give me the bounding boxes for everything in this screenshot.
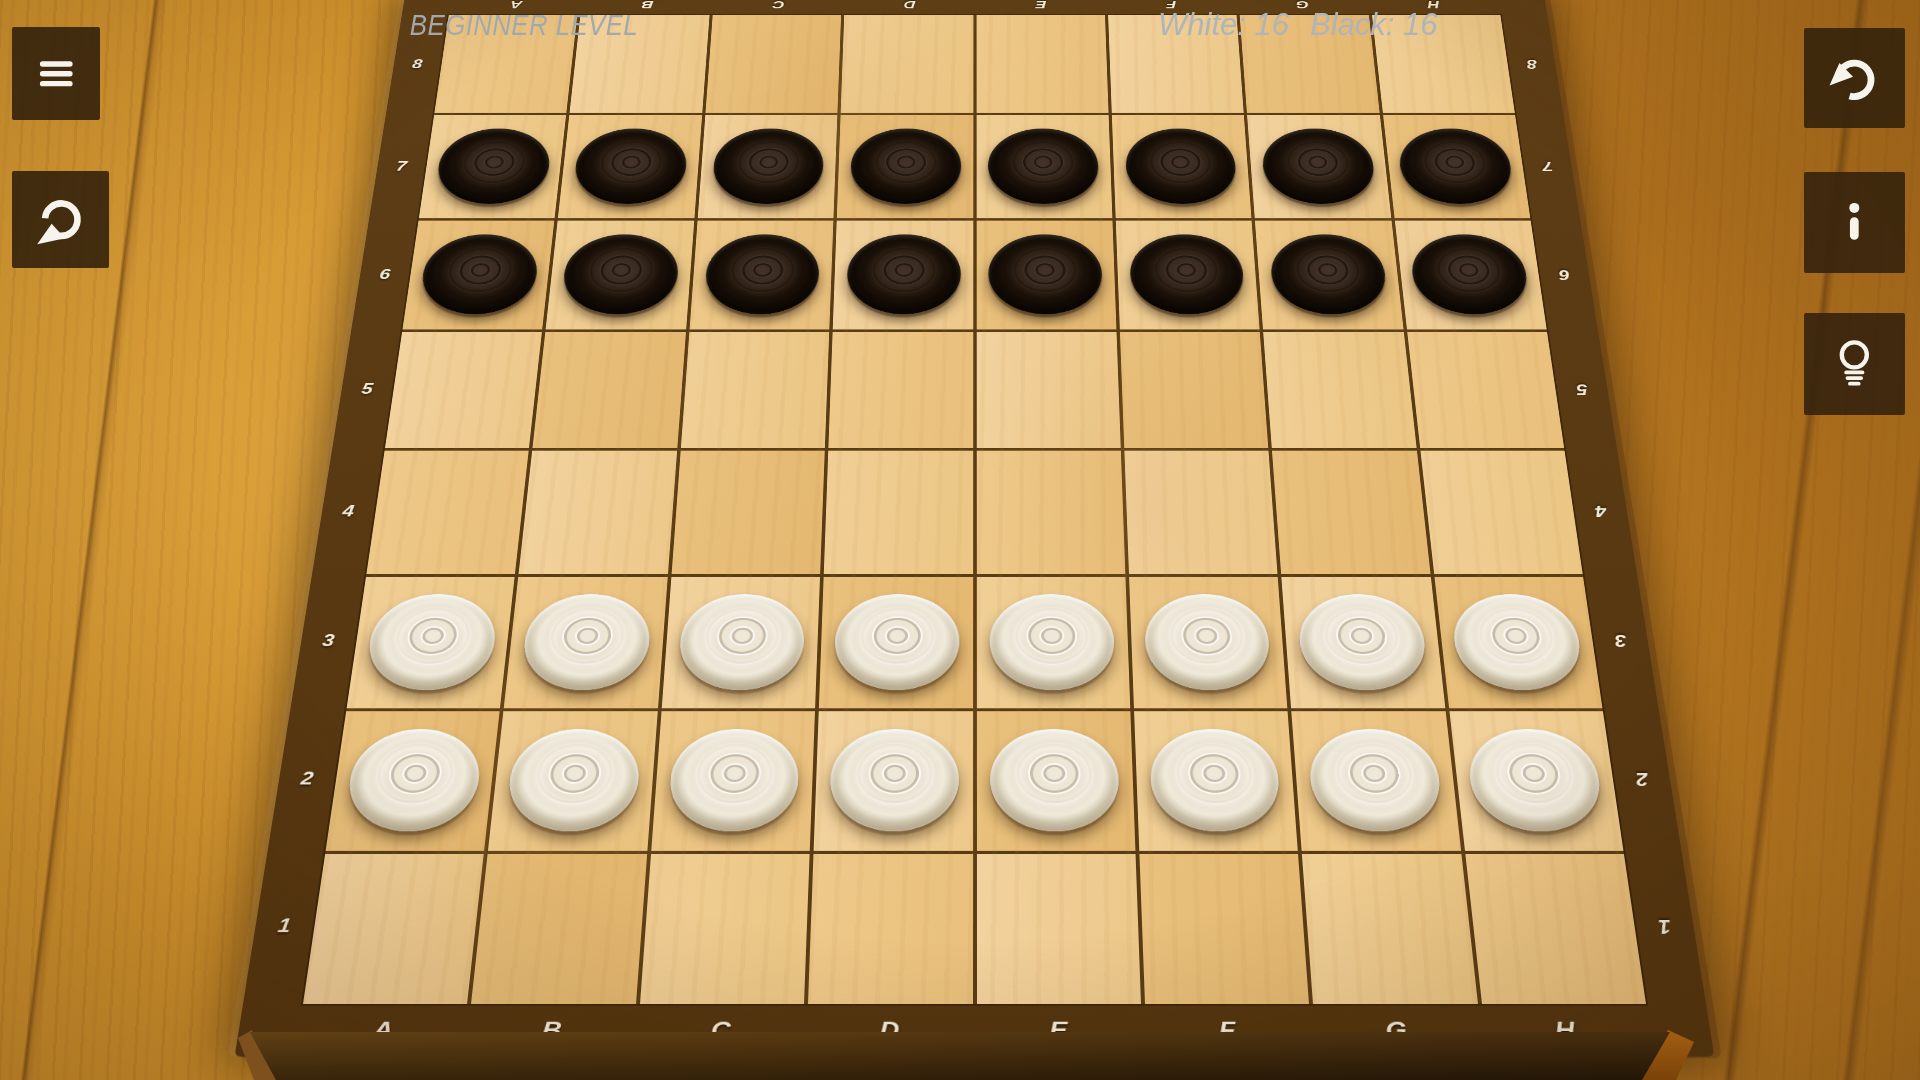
- cell-a1[interactable]: [303, 854, 484, 1004]
- white-man-b3[interactable]: [520, 594, 653, 690]
- white-man-h2[interactable]: [1465, 729, 1606, 831]
- black-man-d6[interactable]: [846, 235, 961, 315]
- black-man-a7[interactable]: [433, 128, 553, 203]
- white-man-a3[interactable]: [363, 594, 499, 690]
- cell-d6[interactable]: [833, 220, 973, 329]
- cell-g6[interactable]: [1255, 220, 1403, 329]
- cell-f3[interactable]: [1129, 577, 1288, 708]
- cell-d7[interactable]: [837, 115, 973, 218]
- cell-e3[interactable]: [976, 577, 1130, 708]
- black-score: Black: 16: [1310, 0, 1438, 50]
- cell-a7[interactable]: [419, 115, 567, 218]
- black-man-d7[interactable]: [850, 128, 961, 203]
- level-label: BEGINNER LEVEL: [438, 0, 610, 50]
- white-man-d2[interactable]: [829, 729, 959, 831]
- cell-f4[interactable]: [1124, 451, 1277, 574]
- board-scene: ABCDEFGH ABCDEFGH 87654321 87654321: [0, 0, 1920, 1080]
- cell-d4[interactable]: [824, 451, 973, 574]
- cell-b1[interactable]: [471, 854, 647, 1004]
- cell-a6[interactable]: [402, 220, 554, 329]
- white-man-f3[interactable]: [1143, 594, 1272, 690]
- undo-button[interactable]: [1804, 28, 1905, 128]
- cell-c4[interactable]: [671, 451, 824, 574]
- checkers-board: ABCDEFGH ABCDEFGH 87654321 87654321: [235, 0, 1715, 1057]
- hint-button[interactable]: [1804, 313, 1905, 415]
- cell-g1[interactable]: [1302, 854, 1477, 1004]
- info-icon: [1823, 191, 1886, 254]
- black-man-b7[interactable]: [572, 128, 689, 203]
- black-man-g6[interactable]: [1268, 235, 1389, 315]
- file-label: C: [712, 0, 844, 15]
- cell-a3[interactable]: [347, 577, 515, 708]
- cell-f1[interactable]: [1139, 854, 1309, 1004]
- cell-g7[interactable]: [1247, 115, 1391, 218]
- cell-c3[interactable]: [662, 577, 821, 708]
- lightbulb-icon: [1823, 332, 1886, 395]
- cell-e2[interactable]: [976, 711, 1135, 851]
- menu-button[interactable]: [12, 27, 100, 120]
- cell-d1[interactable]: [808, 854, 972, 1004]
- white-score: White: 16: [1158, 0, 1289, 50]
- board-grid: [303, 15, 1646, 1004]
- status-bar: [0, 1030, 1920, 1080]
- cell-e7[interactable]: [976, 115, 1112, 218]
- cell-b7[interactable]: [558, 115, 702, 218]
- white-man-e3[interactable]: [990, 594, 1116, 690]
- cell-c7[interactable]: [698, 115, 838, 218]
- cell-e1[interactable]: [976, 854, 1140, 1004]
- black-man-f6[interactable]: [1128, 235, 1246, 315]
- black-man-b6[interactable]: [560, 235, 681, 315]
- white-man-f2[interactable]: [1149, 729, 1283, 831]
- restart-button[interactable]: [12, 171, 109, 268]
- black-man-h6[interactable]: [1408, 235, 1532, 315]
- cell-b4[interactable]: [519, 451, 677, 574]
- white-man-e2[interactable]: [990, 729, 1120, 831]
- cell-h4[interactable]: [1420, 451, 1583, 574]
- cell-h3[interactable]: [1434, 577, 1602, 708]
- cell-e5[interactable]: [976, 332, 1120, 448]
- cell-a4[interactable]: [366, 451, 529, 574]
- cell-h5[interactable]: [1407, 332, 1564, 448]
- cell-h6[interactable]: [1395, 220, 1547, 329]
- black-man-c7[interactable]: [711, 128, 825, 203]
- cell-c8[interactable]: [705, 15, 841, 113]
- black-man-c6[interactable]: [703, 235, 821, 315]
- white-man-g2[interactable]: [1307, 729, 1445, 831]
- cell-f5[interactable]: [1120, 332, 1269, 448]
- cell-a2[interactable]: [326, 711, 500, 851]
- black-man-f7[interactable]: [1124, 128, 1238, 203]
- cell-b5[interactable]: [533, 332, 686, 448]
- black-man-a6[interactable]: [417, 235, 541, 315]
- cell-d5[interactable]: [828, 332, 972, 448]
- cell-b6[interactable]: [546, 220, 694, 329]
- cell-g3[interactable]: [1282, 577, 1445, 708]
- cell-e4[interactable]: [976, 451, 1125, 574]
- cell-h1[interactable]: [1465, 854, 1646, 1004]
- file-label: E: [975, 0, 1106, 15]
- cell-c6[interactable]: [689, 220, 833, 329]
- cell-c1[interactable]: [640, 854, 810, 1004]
- cell-b2[interactable]: [488, 711, 657, 851]
- cell-c2[interactable]: [651, 711, 815, 851]
- cell-b3[interactable]: [504, 577, 667, 708]
- black-man-e7[interactable]: [988, 128, 1099, 203]
- restart-icon: [30, 189, 90, 249]
- cell-d2[interactable]: [814, 711, 973, 851]
- cell-e6[interactable]: [976, 220, 1116, 329]
- white-man-h3[interactable]: [1449, 594, 1585, 690]
- cell-d3[interactable]: [819, 577, 973, 708]
- cell-f2[interactable]: [1134, 711, 1298, 851]
- cell-d8[interactable]: [841, 15, 973, 113]
- white-man-c2[interactable]: [667, 729, 801, 831]
- cell-f6[interactable]: [1116, 220, 1260, 329]
- cell-e8[interactable]: [976, 15, 1108, 113]
- black-man-e6[interactable]: [989, 235, 1104, 315]
- cell-g5[interactable]: [1263, 332, 1416, 448]
- black-man-h7[interactable]: [1396, 128, 1516, 203]
- black-man-g7[interactable]: [1260, 128, 1377, 203]
- cell-h7[interactable]: [1383, 115, 1531, 218]
- file-label: D: [843, 0, 974, 15]
- cell-a5[interactable]: [385, 332, 542, 448]
- white-man-a2[interactable]: [343, 729, 484, 831]
- white-man-g3[interactable]: [1296, 594, 1429, 690]
- cell-h2[interactable]: [1449, 711, 1623, 851]
- undo-icon: [1823, 47, 1886, 109]
- hamburger-icon: [29, 45, 84, 103]
- cell-f7[interactable]: [1112, 115, 1252, 218]
- white-man-c3[interactable]: [677, 594, 806, 690]
- white-man-b2[interactable]: [505, 729, 643, 831]
- cell-g4[interactable]: [1272, 451, 1430, 574]
- white-man-d3[interactable]: [833, 594, 959, 690]
- info-button[interactable]: [1804, 172, 1905, 273]
- cell-c5[interactable]: [681, 332, 830, 448]
- cell-g2[interactable]: [1291, 711, 1460, 851]
